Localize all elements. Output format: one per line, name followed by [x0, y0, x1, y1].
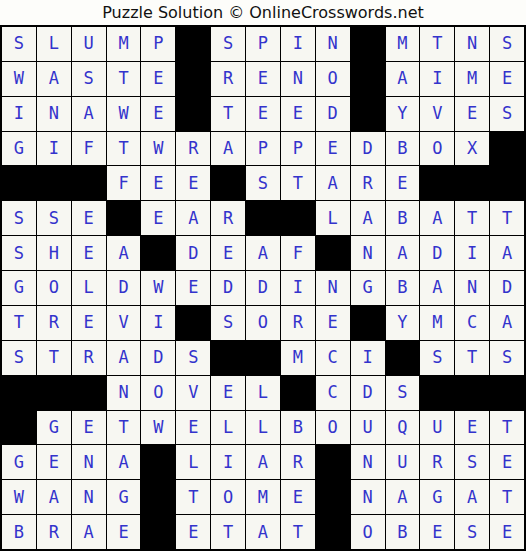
grid-cell-r6c2[interactable]: S — [37, 201, 71, 235]
grid-cell-r2c14[interactable]: M — [455, 62, 489, 96]
black-cell-r11c15 — [490, 376, 524, 410]
grid-cell-r7c2[interactable]: H — [37, 236, 71, 270]
grid-cell-r7c15[interactable]: A — [490, 236, 524, 270]
grid-cell-r2c1[interactable]: W — [2, 62, 36, 96]
grid-cell-r2c15[interactable]: E — [490, 62, 524, 96]
grid-cell-r5c4[interactable]: F — [107, 166, 141, 200]
black-cell-r10c12 — [386, 341, 420, 375]
black-cell-r5c2 — [37, 166, 71, 200]
grid-cell-r4c6[interactable]: R — [176, 132, 210, 166]
grid-cell-r4c12[interactable]: B — [386, 132, 420, 166]
grid-cell-r4c10[interactable]: E — [316, 132, 350, 166]
grid-cell-r3c3[interactable]: A — [72, 97, 106, 131]
grid-cell-r1c14[interactable]: N — [455, 27, 489, 61]
grid-cell-r4c11[interactable]: D — [351, 132, 385, 166]
grid-cell-r5c8[interactable]: S — [246, 166, 280, 200]
black-cell-r11c14 — [455, 376, 489, 410]
grid-cell-r8c4[interactable]: D — [107, 271, 141, 305]
grid-cell-r6c3[interactable]: E — [72, 201, 106, 235]
black-cell-r7c10 — [316, 236, 350, 270]
grid-cell-r15c3[interactable]: A — [72, 515, 106, 549]
grid-cell-r12c2[interactable]: G — [37, 411, 71, 445]
black-cell-r11c9 — [281, 376, 315, 410]
grid-cell-r14c7[interactable]: O — [211, 480, 245, 514]
grid-cell-r4c7[interactable]: A — [211, 132, 245, 166]
grid-cell-r1c7[interactable]: S — [211, 27, 245, 61]
grid-cell-r2c10[interactable]: O — [316, 62, 350, 96]
grid-cell-r14c12[interactable]: A — [386, 480, 420, 514]
grid-cell-r3c12[interactable]: Y — [386, 97, 420, 131]
grid-cell-r8c11[interactable]: G — [351, 271, 385, 305]
black-cell-r13c5 — [141, 445, 175, 479]
grid-cell-r1c8[interactable]: P — [246, 27, 280, 61]
grid-cell-r6c15[interactable]: T — [490, 201, 524, 235]
black-cell-r9c11 — [351, 306, 385, 340]
grid-cell-r2c12[interactable]: A — [386, 62, 420, 96]
grid-cell-r9c9[interactable]: R — [281, 306, 315, 340]
grid-cell-r12c5[interactable]: W — [141, 411, 175, 445]
grid-cell-r7c9[interactable]: F — [281, 236, 315, 270]
black-cell-r6c9 — [281, 201, 315, 235]
grid-cell-r13c3[interactable]: N — [72, 445, 106, 479]
grid-cell-r10c11[interactable]: I — [351, 341, 385, 375]
grid-cell-r11c10[interactable]: C — [316, 376, 350, 410]
grid-cell-r6c10[interactable]: L — [316, 201, 350, 235]
grid-cell-r14c6[interactable]: T — [176, 480, 210, 514]
grid-cell-r5c5[interactable]: E — [141, 166, 175, 200]
grid-cell-r4c2[interactable]: I — [37, 132, 71, 166]
grid-cell-r13c2[interactable]: E — [37, 445, 71, 479]
grid-cell-r15c9[interactable]: T — [281, 515, 315, 549]
black-cell-r11c2 — [37, 376, 71, 410]
grid-cell-r5c6[interactable]: E — [176, 166, 210, 200]
grid-cell-r8c3[interactable]: L — [72, 271, 106, 305]
grid-cell-r10c1[interactable]: S — [2, 341, 36, 375]
grid-cell-r1c12[interactable]: M — [386, 27, 420, 61]
grid-cell-r9c13[interactable]: M — [420, 306, 454, 340]
black-cell-r14c10 — [316, 480, 350, 514]
grid-cell-r4c9[interactable]: P — [281, 132, 315, 166]
grid-cell-r11c12[interactable]: S — [386, 376, 420, 410]
grid-cell-r3c14[interactable]: E — [455, 97, 489, 131]
grid-cell-r13c7[interactable]: I — [211, 445, 245, 479]
grid-cell-r7c14[interactable]: I — [455, 236, 489, 270]
grid-cell-r3c10[interactable]: D — [316, 97, 350, 131]
grid-cell-r3c7[interactable]: T — [211, 97, 245, 131]
grid-cell-r3c13[interactable]: V — [420, 97, 454, 131]
grid-cell-r14c14[interactable]: A — [455, 480, 489, 514]
grid-cell-r14c15[interactable]: T — [490, 480, 524, 514]
black-cell-r6c8 — [246, 201, 280, 235]
grid-cell-r15c2[interactable]: R — [37, 515, 71, 549]
grid-cell-r1c2[interactable]: L — [37, 27, 71, 61]
grid-cell-r4c1[interactable]: G — [2, 132, 36, 166]
grid-cell-r6c7[interactable]: R — [211, 201, 245, 235]
grid-cell-r13c13[interactable]: R — [420, 445, 454, 479]
grid-cell-r9c7[interactable]: S — [211, 306, 245, 340]
grid-cell-r10c15[interactable]: S — [490, 341, 524, 375]
grid-cell-r8c12[interactable]: B — [386, 271, 420, 305]
grid-cell-r9c15[interactable]: A — [490, 306, 524, 340]
grid-cell-r9c5[interactable]: I — [141, 306, 175, 340]
grid-cell-r2c3[interactable]: S — [72, 62, 106, 96]
grid-cell-r15c15[interactable]: E — [490, 515, 524, 549]
grid-cell-r11c6[interactable]: V — [176, 376, 210, 410]
grid-cell-r8c15[interactable]: D — [490, 271, 524, 305]
grid-cell-r7c1[interactable]: S — [2, 236, 36, 270]
grid-cell-r13c9[interactable]: R — [281, 445, 315, 479]
grid-cell-r14c4[interactable]: G — [107, 480, 141, 514]
grid-cell-r10c6[interactable]: S — [176, 341, 210, 375]
black-cell-r10c8 — [246, 341, 280, 375]
grid-cell-r13c6[interactable]: L — [176, 445, 210, 479]
grid-cell-r1c9[interactable]: I — [281, 27, 315, 61]
black-cell-r2c6 — [176, 62, 210, 96]
grid-cell-r11c5[interactable]: O — [141, 376, 175, 410]
black-cell-r6c4 — [107, 201, 141, 235]
black-cell-r1c6 — [176, 27, 210, 61]
grid-cell-r7c8[interactable]: A — [246, 236, 280, 270]
black-cell-r12c1 — [2, 411, 36, 445]
grid-cell-r3c5[interactable]: E — [141, 97, 175, 131]
grid-cell-r15c1[interactable]: B — [2, 515, 36, 549]
grid-cell-r12c15[interactable]: T — [490, 411, 524, 445]
grid-cell-r14c2[interactable]: A — [37, 480, 71, 514]
grid-cell-r12c13[interactable]: U — [420, 411, 454, 445]
black-cell-r5c1 — [2, 166, 36, 200]
grid-cell-r13c15[interactable]: E — [490, 445, 524, 479]
grid-cell-r7c6[interactable]: D — [176, 236, 210, 270]
black-cell-r11c13 — [420, 376, 454, 410]
grid-cell-r6c14[interactable]: T — [455, 201, 489, 235]
grid-cell-r13c12[interactable]: U — [386, 445, 420, 479]
grid-cell-r4c3[interactable]: F — [72, 132, 106, 166]
grid-cell-r8c6[interactable]: E — [176, 271, 210, 305]
black-cell-r15c10 — [316, 515, 350, 549]
grid-cell-r9c14[interactable]: C — [455, 306, 489, 340]
puzzle-title: Puzzle Solution © OnlineCrosswords.net — [0, 0, 526, 25]
grid-cell-r7c13[interactable]: D — [420, 236, 454, 270]
grid-cell-r14c1[interactable]: W — [2, 480, 36, 514]
grid-cell-r5c9[interactable]: T — [281, 166, 315, 200]
grid-cell-r7c12[interactable]: A — [386, 236, 420, 270]
grid-cell-r13c11[interactable]: N — [351, 445, 385, 479]
grid-cell-r1c1[interactable]: S — [2, 27, 36, 61]
grid-cell-r10c13[interactable]: S — [420, 341, 454, 375]
grid-cell-r5c11[interactable]: R — [351, 166, 385, 200]
black-cell-r11c1 — [2, 376, 36, 410]
grid-cell-r4c14[interactable]: X — [455, 132, 489, 166]
grid-cell-r9c1[interactable]: T — [2, 306, 36, 340]
grid-cell-r3c2[interactable]: N — [37, 97, 71, 131]
black-cell-r5c7 — [211, 166, 245, 200]
grid-cell-r2c8[interactable]: E — [246, 62, 280, 96]
grid-cell-r10c10[interactable]: C — [316, 341, 350, 375]
grid-cell-r14c13[interactable]: G — [420, 480, 454, 514]
grid-cell-r12c4[interactable]: T — [107, 411, 141, 445]
grid-cell-r15c12[interactable]: B — [386, 515, 420, 549]
grid-cell-r3c8[interactable]: E — [246, 97, 280, 131]
grid-cell-r8c9[interactable]: I — [281, 271, 315, 305]
grid-cell-r9c3[interactable]: E — [72, 306, 106, 340]
black-cell-r9c6 — [176, 306, 210, 340]
grid-cell-r3c4[interactable]: W — [107, 97, 141, 131]
grid-cell-r8c7[interactable]: D — [211, 271, 245, 305]
grid-cell-r10c4[interactable]: A — [107, 341, 141, 375]
grid-cell-r8c8[interactable]: D — [246, 271, 280, 305]
grid-cell-r7c4[interactable]: A — [107, 236, 141, 270]
black-cell-r1c11 — [351, 27, 385, 61]
grid-cell-r10c5[interactable]: D — [141, 341, 175, 375]
black-cell-r2c11 — [351, 62, 385, 96]
grid-cell-r11c4[interactable]: N — [107, 376, 141, 410]
grid-cell-r6c11[interactable]: A — [351, 201, 385, 235]
grid-cell-r4c13[interactable]: O — [420, 132, 454, 166]
black-cell-r7c5 — [141, 236, 175, 270]
grid-cell-r13c4[interactable]: A — [107, 445, 141, 479]
grid-cell-r12c7[interactable]: L — [211, 411, 245, 445]
grid-cell-r8c1[interactable]: G — [2, 271, 36, 305]
grid-cell-r2c5[interactable]: E — [141, 62, 175, 96]
grid-cell-r11c7[interactable]: E — [211, 376, 245, 410]
grid-cell-r1c5[interactable]: P — [141, 27, 175, 61]
grid-cell-r3c1[interactable]: I — [2, 97, 36, 131]
grid-cell-r3c15[interactable]: S — [490, 97, 524, 131]
grid-cell-r12c9[interactable]: B — [281, 411, 315, 445]
grid-cell-r6c1[interactable]: S — [2, 201, 36, 235]
grid-cell-r8c10[interactable]: N — [316, 271, 350, 305]
grid-cell-r15c8[interactable]: A — [246, 515, 280, 549]
grid-cell-r8c2[interactable]: O — [37, 271, 71, 305]
grid-cell-r13c1[interactable]: G — [2, 445, 36, 479]
grid-cell-r2c2[interactable]: A — [37, 62, 71, 96]
grid-cell-r4c8[interactable]: P — [246, 132, 280, 166]
grid-cell-r4c4[interactable]: T — [107, 132, 141, 166]
grid-cell-r10c2[interactable]: T — [37, 341, 71, 375]
grid-cell-r8c13[interactable]: A — [420, 271, 454, 305]
black-cell-r5c3 — [72, 166, 106, 200]
grid-cell-r8c14[interactable]: N — [455, 271, 489, 305]
grid-cell-r15c6[interactable]: E — [176, 515, 210, 549]
grid-cell-r14c11[interactable]: N — [351, 480, 385, 514]
grid-cell-r6c12[interactable]: B — [386, 201, 420, 235]
grid-cell-r5c10[interactable]: A — [316, 166, 350, 200]
grid-cell-r12c10[interactable]: O — [316, 411, 350, 445]
black-cell-r11c3 — [72, 376, 106, 410]
grid-cell-r10c14[interactable]: T — [455, 341, 489, 375]
grid-cell-r9c4[interactable]: V — [107, 306, 141, 340]
grid-cell-r14c9[interactable]: E — [281, 480, 315, 514]
grid-cell-r9c2[interactable]: R — [37, 306, 71, 340]
grid-cell-r9c12[interactable]: Y — [386, 306, 420, 340]
black-cell-r5c13 — [420, 166, 454, 200]
grid-cell-r12c14[interactable]: E — [455, 411, 489, 445]
grid-cell-r15c4[interactable]: E — [107, 515, 141, 549]
grid-cell-r11c11[interactable]: D — [351, 376, 385, 410]
grid-cell-r12c6[interactable]: E — [176, 411, 210, 445]
grid-cell-r5c12[interactable]: E — [386, 166, 420, 200]
grid-cell-r7c11[interactable]: N — [351, 236, 385, 270]
grid-cell-r7c7[interactable]: E — [211, 236, 245, 270]
grid-cell-r10c9[interactable]: M — [281, 341, 315, 375]
grid-cell-r12c11[interactable]: U — [351, 411, 385, 445]
black-cell-r15c5 — [141, 515, 175, 549]
grid-cell-r10c3[interactable]: R — [72, 341, 106, 375]
black-cell-r14c5 — [141, 480, 175, 514]
grid-cell-r4c5[interactable]: W — [141, 132, 175, 166]
grid-cell-r12c12[interactable]: Q — [386, 411, 420, 445]
grid-cell-r13c14[interactable]: S — [455, 445, 489, 479]
black-cell-r5c14 — [455, 166, 489, 200]
grid-cell-r2c9[interactable]: N — [281, 62, 315, 96]
grid-cell-r15c7[interactable]: T — [211, 515, 245, 549]
black-cell-r13c10 — [316, 445, 350, 479]
grid-cell-r14c3[interactable]: N — [72, 480, 106, 514]
crossword-grid: SLUMPSPINMTNSWASTERENOAIMEINAWETEEDYVESG… — [0, 25, 526, 551]
grid-cell-r6c6[interactable]: A — [176, 201, 210, 235]
grid-cell-r14c8[interactable]: M — [246, 480, 280, 514]
grid-cell-r7c3[interactable]: E — [72, 236, 106, 270]
grid-cell-r2c13[interactable]: I — [420, 62, 454, 96]
black-cell-r5c15 — [490, 166, 524, 200]
grid-cell-r11c8[interactable]: L — [246, 376, 280, 410]
black-cell-r3c11 — [351, 97, 385, 131]
black-cell-r10c7 — [211, 341, 245, 375]
grid-cell-r8c5[interactable]: W — [141, 271, 175, 305]
grid-cell-r6c13[interactable]: A — [420, 201, 454, 235]
grid-cell-r13c8[interactable]: A — [246, 445, 280, 479]
grid-cell-r9c8[interactable]: O — [246, 306, 280, 340]
grid-cell-r12c3[interactable]: E — [72, 411, 106, 445]
grid-cell-r3c9[interactable]: E — [281, 97, 315, 131]
black-cell-r4c15 — [490, 132, 524, 166]
grid-cell-r6c5[interactable]: E — [141, 201, 175, 235]
grid-cell-r15c13[interactable]: E — [420, 515, 454, 549]
grid-cell-r2c4[interactable]: T — [107, 62, 141, 96]
grid-cell-r1c13[interactable]: T — [420, 27, 454, 61]
grid-cell-r2c7[interactable]: R — [211, 62, 245, 96]
black-cell-r3c6 — [176, 97, 210, 131]
grid-cell-r1c4[interactable]: M — [107, 27, 141, 61]
grid-cell-r1c10[interactable]: N — [316, 27, 350, 61]
grid-cell-r12c8[interactable]: L — [246, 411, 280, 445]
grid-cell-r1c3[interactable]: U — [72, 27, 106, 61]
grid-cell-r15c14[interactable]: S — [455, 515, 489, 549]
grid-cell-r15c11[interactable]: O — [351, 515, 385, 549]
grid-cell-r9c10[interactable]: E — [316, 306, 350, 340]
grid-cell-r1c15[interactable]: S — [490, 27, 524, 61]
